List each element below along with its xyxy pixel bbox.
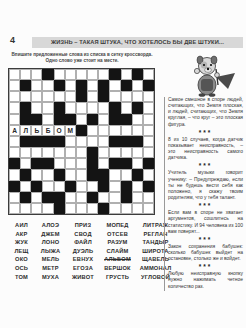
grid-cell-black: [20, 80, 31, 91]
grid-cell: [54, 158, 65, 169]
grid-cell: [121, 125, 132, 136]
dog-mascot-cartoon: [192, 55, 238, 97]
grid-cell: [143, 203, 154, 214]
grid-cell: Б: [42, 125, 53, 136]
word-item: ЛЫЖА: [36, 247, 65, 256]
grid-cell-black: [54, 102, 65, 113]
grid-cell-black: [76, 125, 87, 136]
grid-cell: [42, 181, 53, 192]
grid-cell: [9, 114, 20, 125]
grid-cell: Л: [20, 125, 31, 136]
grid-cell: [76, 114, 87, 125]
grid-cell-black: [54, 80, 65, 91]
grid-cell: [121, 203, 132, 214]
joke-text: 8 из 10 случаев, когда датчик показывает…: [168, 137, 243, 162]
grid-cell-black: [98, 181, 109, 192]
instructions-line1: Впишите предложенные слова из списка в с…: [12, 52, 153, 57]
grid-cell: [98, 114, 109, 125]
grid-cell-black: [98, 80, 109, 91]
grid-cell: [42, 91, 53, 102]
word-item-struck: АЛЬБОМ: [101, 255, 134, 264]
grid-cell-black: [87, 192, 98, 203]
grid-cell-black: [76, 80, 87, 91]
grid-cell: [87, 203, 98, 214]
grid-cell: [87, 91, 98, 102]
grid-cell: [9, 80, 20, 91]
grid-cell: [42, 147, 53, 158]
word-list-column: ПРИЗСВОДФАЙЛДУЭЛЬЕВНУХЕГОЗАЖИВОТ: [67, 221, 99, 281]
grid-cell-black: [132, 169, 143, 180]
word-item: МЕЛЬ: [36, 255, 65, 264]
grid-cell: А: [9, 125, 20, 136]
grid-cell: [109, 147, 120, 158]
grid-cell-black: [121, 114, 132, 125]
grid-cell-black: [42, 136, 53, 147]
grid-cell-black: [109, 136, 120, 147]
grid-cell: [98, 158, 109, 169]
grid-cell: [76, 169, 87, 180]
grid-cell: [121, 69, 132, 80]
grid-cell: [76, 102, 87, 113]
grid-cell-black: [42, 158, 53, 169]
word-item: АКР: [9, 230, 34, 239]
grid-cell: [76, 147, 87, 158]
word-list-column: МОПЕДОТСЕВРАЗУМСЛАЙМАЛЬБОМВЕРШОКГРУСТЬ: [101, 221, 134, 281]
magazine-page: { "game": "fill-in-crossword", "position…: [0, 0, 246, 328]
grid-cell: [87, 136, 98, 147]
grid-cell: [132, 158, 143, 169]
grid-cell-black: [87, 158, 98, 169]
word-item: МЕТР: [36, 264, 65, 273]
word-item: ЖИВОТ: [67, 273, 99, 282]
grid-cell-black: [132, 69, 143, 80]
grid-cell-black: [31, 158, 42, 169]
grid-cell: [42, 80, 53, 91]
grid-cell: [87, 125, 98, 136]
grid-cell: [20, 203, 31, 214]
grid-cell: [65, 147, 76, 158]
page-title: ЖИЗНЬ – ТАКАЯ ШТУКА, ЧТО ХОТЕЛОСЬ БЫ ДВЕ…: [32, 37, 243, 48]
grid-cell: [9, 136, 20, 147]
grid-cell: [109, 169, 120, 180]
word-item: ЕГОЗА: [67, 264, 99, 273]
grid-cell: [65, 102, 76, 113]
grid-cell: [20, 181, 31, 192]
grid-cell: [76, 203, 87, 214]
grid-cell: [20, 158, 31, 169]
grid-cell: [132, 80, 143, 91]
grid-cell-black: [20, 169, 31, 180]
joke-text: Самое смешное в споре людей, считающих, …: [168, 97, 243, 128]
grid-cell-black: [132, 102, 143, 113]
grid-cell: [31, 102, 42, 113]
word-list: АИЛАКРЖУКЛЕЩОКООСЬТОМАЛОЭДЖЕМЛОНОЛЫЖАМЕЛ…: [9, 221, 161, 281]
grid-cell: [121, 147, 132, 158]
grid-cell: [54, 147, 65, 158]
grid-cell: [9, 203, 20, 214]
grid-cell-black: [20, 136, 31, 147]
grid-cell: [132, 192, 143, 203]
word-item: ФАЙЛ: [67, 238, 99, 247]
grid-cell-black: [121, 181, 132, 192]
word-item: ЖУК: [9, 238, 34, 247]
grid-cell: [87, 80, 98, 91]
grid-cell: [54, 91, 65, 102]
word-item: АИЛ: [9, 221, 34, 230]
grid-cell-black: [54, 114, 65, 125]
grid-cell: [143, 102, 154, 113]
grid-cell: [42, 102, 53, 113]
grid-cell: [143, 91, 154, 102]
grid-cell-black: [9, 181, 20, 192]
word-item: АЛОЭ: [36, 221, 65, 230]
grid-cell-black: [121, 80, 132, 91]
grid-cell: [31, 91, 42, 102]
grid-cell: [76, 136, 87, 147]
word-list-column: АЛОЭДЖЕМЛОНОЛЫЖАМЕЛЬМЕТРМУХА: [36, 221, 65, 281]
grid-cell-black: [143, 158, 154, 169]
grid-cell: [76, 69, 87, 80]
grid-cell-black: [98, 91, 109, 102]
word-item: ПРИЗ: [67, 221, 99, 230]
grid-cell-black: [20, 192, 31, 203]
word-item: ДУЭЛЬ: [67, 247, 99, 256]
word-item: ГРУСТЬ: [101, 273, 134, 282]
grid-cell-black: [121, 192, 132, 203]
grid-cell-black: [98, 169, 109, 180]
grid-cell-black: [31, 136, 42, 147]
grid-cell-black: [9, 158, 20, 169]
grid-cell-black: [109, 69, 120, 80]
grid-cell: [76, 192, 87, 203]
word-item: МУХА: [36, 273, 65, 282]
grid-cell-black: [143, 80, 154, 91]
grid-cell-black: [54, 203, 65, 214]
grid-cell: [87, 181, 98, 192]
grid-cell: [20, 147, 31, 158]
word-item: СЛАЙМ: [101, 247, 134, 256]
grid-cell: [54, 69, 65, 80]
joke-text: Если вам в споре не хватает аргументов, …: [168, 210, 243, 235]
grid-cell-black: [54, 169, 65, 180]
grid-cell: [65, 158, 76, 169]
word-item: СВОД: [67, 230, 99, 239]
page-number: 4: [10, 35, 15, 45]
grid-cell-black: [109, 114, 120, 125]
grid-cell: [98, 192, 109, 203]
grid-cell: [65, 69, 76, 80]
grid-cell: [9, 169, 20, 180]
grid-cell-black: [20, 114, 31, 125]
grid-cell: [31, 69, 42, 80]
grid-cell: [9, 192, 20, 203]
grid-cell: [76, 158, 87, 169]
grid-cell: [109, 125, 120, 136]
grid-cell: [143, 136, 154, 147]
grid-cell: [9, 69, 20, 80]
grid-cell: [9, 102, 20, 113]
grid-cell: [98, 125, 109, 136]
grid-cell: [31, 169, 42, 180]
word-item: ЕВНУХ: [67, 255, 99, 264]
grid-cell: [42, 169, 53, 180]
grid-cell: Ь: [31, 125, 42, 136]
grid-cell-black: [87, 114, 98, 125]
grid-cell: [98, 147, 109, 158]
grid-cell: [132, 125, 143, 136]
grid-cell-black: [109, 102, 120, 113]
grid-cell: [87, 69, 98, 80]
word-item: ЛЕЩ: [9, 247, 34, 256]
grid-cell: [65, 203, 76, 214]
grid-cell-black: [42, 69, 53, 80]
word-item: ТОМ: [9, 273, 34, 282]
grid-cell: [76, 181, 87, 192]
joke-text: Любую неисправную кнопку нужно нажимать …: [168, 271, 243, 289]
grid-cell-black: [20, 102, 31, 113]
grid-cell-black: [65, 181, 76, 192]
grid-cell-black: [98, 203, 109, 214]
grid-cell-black: [87, 169, 98, 180]
grid-cell: [9, 147, 20, 158]
word-item: ЛОНО: [36, 238, 65, 247]
grid-cell: [132, 147, 143, 158]
grid-cell: [121, 102, 132, 113]
word-item: РАЗУМ: [101, 238, 134, 247]
grid-cell: [121, 169, 132, 180]
grid-cell: [143, 114, 154, 125]
grid-cell-black: [54, 192, 65, 203]
grid-cell: [42, 114, 53, 125]
grid-cell: [31, 147, 42, 158]
puzzle-instructions: Впишите предложенные слова из списка в с…: [6, 52, 158, 63]
grid-cell: [143, 147, 154, 158]
grid-cell: [143, 192, 154, 203]
grid-cell: [65, 91, 76, 102]
grid-cell: [132, 114, 143, 125]
jokes-separator: ***: [168, 202, 243, 209]
jokes-separator: ***: [168, 129, 243, 136]
grid-cell-black: [87, 147, 98, 158]
grid-cell: [42, 203, 53, 214]
word-item: ДЖЕМ: [36, 230, 65, 239]
word-item: ОКО: [9, 255, 34, 264]
grid-cell: [87, 102, 98, 113]
word-item: МОПЕД: [101, 221, 134, 230]
grid-cell: [143, 69, 154, 80]
jokes-separator: ***: [168, 162, 243, 169]
grid-cell-black: [109, 158, 120, 169]
grid-cell-black: [121, 136, 132, 147]
grid-cell-black: [143, 181, 154, 192]
grid-cell: [98, 69, 109, 80]
grid-cell: [143, 169, 154, 180]
grid-cell: [20, 91, 31, 102]
grid-cell-black: [54, 136, 65, 147]
word-item: ВЕРШОК: [101, 264, 134, 273]
grid-cell: [65, 192, 76, 203]
grid-cell: [109, 192, 120, 203]
grid-cell: [31, 80, 42, 91]
joke-text: Учитель музыки говорит ученику: – Предуп…: [168, 170, 243, 201]
grid-cell-black: [31, 181, 42, 192]
grid-cell-black: [31, 114, 42, 125]
grid-cell: [109, 91, 120, 102]
grid-cell: [109, 181, 120, 192]
grid-cell-black: [121, 158, 132, 169]
grid-cell: [132, 91, 143, 102]
grid-cell: [20, 69, 31, 80]
grid-cell-black: [132, 136, 143, 147]
grid-cell: О: [54, 125, 65, 136]
grid-cell: [109, 203, 120, 214]
joke-text: Закон сохранения бабушек: сколько бабуше…: [168, 244, 243, 262]
grid-cell-black: [76, 91, 87, 102]
grid-cell: [65, 169, 76, 180]
grid-cell-black: [65, 114, 76, 125]
grid-cell: [143, 125, 154, 136]
jokes-separator: ***: [168, 236, 243, 243]
jokes-separator: ***: [168, 263, 243, 270]
instructions-line2: Одно слово уже стоит на месте.: [46, 58, 119, 63]
grid-cell: [9, 91, 20, 102]
grid-cell: [54, 181, 65, 192]
crossword-grid: АЛЬБОМ: [8, 68, 155, 215]
word-item: ОСЬ: [9, 264, 34, 273]
grid-cell: [31, 203, 42, 214]
grid-cell: [109, 80, 120, 91]
grid-cell: [132, 181, 143, 192]
grid-cell: [65, 80, 76, 91]
grid-cell: [65, 136, 76, 147]
grid-cell: [121, 91, 132, 102]
grid-cell: М: [65, 125, 76, 136]
grid-cell: [98, 102, 109, 113]
grid-cell-black: [42, 192, 53, 203]
jokes-column: Самое смешное в споре людей, считающих, …: [164, 97, 243, 291]
grid-cell: [132, 203, 143, 214]
word-list-column: АИЛАКРЖУКЛЕЩОКООСЬТОМ: [9, 221, 34, 281]
grid-cell: [31, 192, 42, 203]
word-item: ОТСЕВ: [101, 230, 134, 239]
grid-cell: [98, 136, 109, 147]
